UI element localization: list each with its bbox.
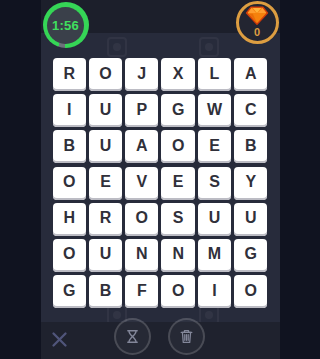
letter-tile-r3c4[interactable]: O <box>161 130 194 163</box>
trash-icon <box>178 328 195 345</box>
letter-tile-r5c6[interactable]: U <box>234 203 267 236</box>
letter-tile-r3c5[interactable]: E <box>198 130 231 163</box>
timer-badge: 1:56 <box>43 2 89 48</box>
letter-tile-r4c4[interactable]: E <box>161 167 194 200</box>
gem-icon <box>244 5 270 26</box>
letter-tile-r3c6[interactable]: B <box>234 130 267 163</box>
letter-tile-r7c3[interactable]: F <box>125 275 158 308</box>
letter-tile-r5c2[interactable]: R <box>89 203 122 236</box>
letter-tile-r1c1[interactable]: R <box>53 58 86 91</box>
letter-tile-r4c6[interactable]: Y <box>234 167 267 200</box>
letter-tile-r1c3[interactable]: J <box>125 58 158 91</box>
letter-tile-r4c3[interactable]: V <box>125 167 158 200</box>
letter-tile-r5c4[interactable]: S <box>161 203 194 236</box>
letter-tile-r5c5[interactable]: U <box>198 203 231 236</box>
letter-tile-r4c2[interactable]: E <box>89 167 122 200</box>
letter-tile-r7c2[interactable]: B <box>89 275 122 308</box>
letter-tile-r2c6[interactable]: C <box>234 94 267 127</box>
letter-tile-r1c5[interactable]: L <box>198 58 231 91</box>
letter-tile-r2c3[interactable]: P <box>125 94 158 127</box>
letter-tile-r7c5[interactable]: I <box>198 275 231 308</box>
letter-tile-r6c6[interactable]: G <box>234 239 267 272</box>
timer-face: 1:56 <box>47 7 84 44</box>
letter-tile-r6c2[interactable]: U <box>89 239 122 272</box>
hint-hourglass-button[interactable] <box>114 318 151 355</box>
timer-time: 1:56 <box>52 18 79 33</box>
footer-bar <box>41 322 280 359</box>
watermark-icon <box>199 37 219 57</box>
game-screen: ROJXLAIUPGWCBUAOEBOEVESYHROSUUOUNNMGGBFO… <box>41 0 280 359</box>
letter-tile-r3c3[interactable]: A <box>125 130 158 163</box>
letter-tile-r6c4[interactable]: N <box>161 239 194 272</box>
letter-tile-r2c2[interactable]: U <box>89 94 122 127</box>
letter-tile-r1c2[interactable]: O <box>89 58 122 91</box>
letter-tile-r2c4[interactable]: G <box>161 94 194 127</box>
letter-tile-r2c1[interactable]: I <box>53 94 86 127</box>
letter-tile-r7c4[interactable]: O <box>161 275 194 308</box>
letter-tile-r6c3[interactable]: N <box>125 239 158 272</box>
letter-tile-r4c5[interactable]: S <box>198 167 231 200</box>
letter-tile-r2c5[interactable]: W <box>198 94 231 127</box>
hourglass-icon <box>124 328 141 345</box>
letter-tile-r7c6[interactable]: O <box>234 275 267 308</box>
letter-tile-r1c4[interactable]: X <box>161 58 194 91</box>
close-button[interactable] <box>51 331 68 348</box>
clear-trash-button[interactable] <box>168 318 205 355</box>
letter-tile-r5c1[interactable]: H <box>53 203 86 236</box>
letter-grid: ROJXLAIUPGWCBUAOEBOEVESYHROSUUOUNNMGGBFO… <box>53 58 268 308</box>
letter-tile-r1c6[interactable]: A <box>234 58 267 91</box>
letter-tile-r6c5[interactable]: M <box>198 239 231 272</box>
gem-count: 0 <box>239 26 276 38</box>
letter-tile-r6c1[interactable]: O <box>53 239 86 272</box>
letter-tile-r5c3[interactable]: O <box>125 203 158 236</box>
x-icon <box>53 334 65 346</box>
letter-tile-r3c1[interactable]: B <box>53 130 86 163</box>
letter-tile-r4c1[interactable]: O <box>53 167 86 200</box>
watermark-icon <box>107 37 127 57</box>
letter-tile-r3c2[interactable]: U <box>89 130 122 163</box>
letter-tile-r7c1[interactable]: G <box>53 275 86 308</box>
gem-badge[interactable]: 0 <box>236 1 279 44</box>
